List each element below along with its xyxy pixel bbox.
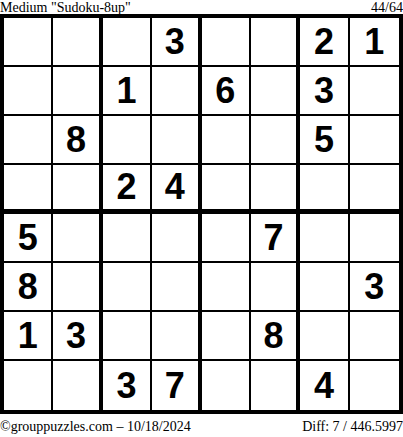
cell-r5c3[interactable]: [103, 214, 152, 263]
cell-r8c4[interactable]: 7: [152, 361, 201, 410]
cell-r6c8[interactable]: 3: [350, 263, 399, 312]
cell-r2c1[interactable]: [4, 67, 53, 116]
cell-r3c3[interactable]: [103, 116, 152, 165]
cell-r1c6[interactable]: [251, 18, 300, 67]
cell-r7c6[interactable]: 8: [251, 312, 300, 361]
cell-r7c7[interactable]: [300, 312, 349, 361]
cell-r1c5[interactable]: [202, 18, 251, 67]
cell-r4c1[interactable]: [4, 165, 53, 214]
cell-r7c3[interactable]: [103, 312, 152, 361]
cell-r7c2[interactable]: 3: [53, 312, 102, 361]
footer: ©grouppuzzles.com – 10/18/2024 Diff: 7 /…: [0, 414, 403, 437]
cell-r3c4[interactable]: [152, 116, 201, 165]
cell-r5c2[interactable]: [53, 214, 102, 263]
cell-r3c6[interactable]: [251, 116, 300, 165]
cell-r3c2[interactable]: 8: [53, 116, 102, 165]
cell-r7c1[interactable]: 1: [4, 312, 53, 361]
cell-r2c5[interactable]: 6: [202, 67, 251, 116]
cell-r3c5[interactable]: [202, 116, 251, 165]
cell-r4c8[interactable]: [350, 165, 399, 214]
cell-r4c2[interactable]: [53, 165, 102, 214]
cell-r1c7[interactable]: 2: [300, 18, 349, 67]
cell-r3c8[interactable]: [350, 116, 399, 165]
cell-r7c5[interactable]: [202, 312, 251, 361]
cell-r8c5[interactable]: [202, 361, 251, 410]
cell-r8c6[interactable]: [251, 361, 300, 410]
cell-r8c8[interactable]: [350, 361, 399, 410]
cell-r6c4[interactable]: [152, 263, 201, 312]
cell-r6c3[interactable]: [103, 263, 152, 312]
cell-r2c2[interactable]: [53, 67, 102, 116]
copyright-text: ©grouppuzzles.com – 10/18/2024: [0, 420, 191, 434]
sudoku-board: 32116385245783138374: [0, 14, 403, 414]
cell-r7c4[interactable]: [152, 312, 201, 361]
cell-r2c8[interactable]: [350, 67, 399, 116]
cell-r5c5[interactable]: [202, 214, 251, 263]
cell-r6c2[interactable]: [53, 263, 102, 312]
puzzle-counter: 44/64: [371, 1, 403, 14]
cell-r6c1[interactable]: 8: [4, 263, 53, 312]
puzzle-title: Medium "Sudoku-8up": [0, 1, 131, 14]
cell-r1c1[interactable]: [4, 18, 53, 67]
cell-r2c4[interactable]: [152, 67, 201, 116]
cell-r5c6[interactable]: 7: [251, 214, 300, 263]
cell-r5c7[interactable]: [300, 214, 349, 263]
cell-r8c1[interactable]: [4, 361, 53, 410]
cell-r4c4[interactable]: 4: [152, 165, 201, 214]
cell-r4c3[interactable]: 2: [103, 165, 152, 214]
cell-r6c6[interactable]: [251, 263, 300, 312]
cell-r8c3[interactable]: 3: [103, 361, 152, 410]
cell-r3c1[interactable]: [4, 116, 53, 165]
cell-r1c2[interactable]: [53, 18, 102, 67]
cell-r2c6[interactable]: [251, 67, 300, 116]
cell-r5c4[interactable]: [152, 214, 201, 263]
difficulty-rating: Diff: 7 / 446.5997: [302, 420, 403, 434]
cell-r1c3[interactable]: [103, 18, 152, 67]
cell-r8c7[interactable]: 4: [300, 361, 349, 410]
cell-r5c1[interactable]: 5: [4, 214, 53, 263]
cell-r1c4[interactable]: 3: [152, 18, 201, 67]
header: Medium "Sudoku-8up" 44/64: [0, 0, 403, 14]
cell-r4c5[interactable]: [202, 165, 251, 214]
cell-r3c7[interactable]: 5: [300, 116, 349, 165]
cell-r2c7[interactable]: 3: [300, 67, 349, 116]
cell-r7c8[interactable]: [350, 312, 399, 361]
cell-r5c8[interactable]: [350, 214, 399, 263]
cell-r6c5[interactable]: [202, 263, 251, 312]
cell-r1c8[interactable]: 1: [350, 18, 399, 67]
cell-r8c2[interactable]: [53, 361, 102, 410]
cell-r6c7[interactable]: [300, 263, 349, 312]
cell-r2c3[interactable]: 1: [103, 67, 152, 116]
cell-r4c6[interactable]: [251, 165, 300, 214]
cell-r4c7[interactable]: [300, 165, 349, 214]
